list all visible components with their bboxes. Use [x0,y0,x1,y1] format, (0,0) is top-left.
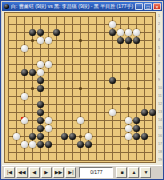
row-coordinate-label: 16 [158,134,162,138]
black-stone [29,29,36,36]
black-stone [61,133,68,140]
row-coordinate-label: 4 [158,38,160,42]
white-stone [37,61,44,68]
board-background: 12345678910111213141516171819 [2,11,162,165]
black-stone [109,77,116,84]
row-coordinate-label: 6 [158,54,160,58]
black-stone [29,133,36,140]
row-coordinate-label: 1 [158,14,160,18]
black-stone [37,29,44,36]
row-coordinate-label: 9 [158,78,160,82]
down-button[interactable]: ▼ [140,167,151,178]
white-stone [45,61,52,68]
black-stone [133,133,140,140]
black-stone [21,69,28,76]
up-button[interactable]: ▲ [128,167,139,178]
black-stone [37,141,44,148]
white-stone [133,29,140,36]
white-stone [45,125,52,132]
black-stone [37,109,44,116]
star-point [79,135,82,138]
white-stone [77,117,84,124]
white-stone [125,125,132,132]
black-stone [133,125,140,132]
black-stone [85,141,92,148]
star-point [79,39,82,42]
white-stone [117,29,124,36]
black-stone [29,69,36,76]
row-coordinate-label: 8 [158,70,160,74]
star-point [79,87,82,90]
black-stone [125,37,132,44]
star-point [31,39,34,42]
go-board-grid[interactable] [8,16,153,161]
go-stone-icon [4,4,9,9]
white-stone [21,93,28,100]
right-coordinates: 12345678910111213141516171819 [158,12,164,163]
white-stone [85,133,92,140]
row-coordinate-label: 19 [158,158,162,162]
aux-button-group: ■▲▼ [116,167,151,178]
white-stone [109,109,116,116]
app-window: 白: 曹薰铉 (9段) vs 黑: 李昌镐 (9段) - 黑 半目胜 (177手… [0,0,164,180]
black-stone [109,29,116,36]
close-button[interactable]: × [153,3,161,10]
black-stone [149,109,156,116]
white-stone [45,37,52,44]
white-stone [37,37,44,44]
row-coordinate-label: 11 [158,94,162,98]
black-stone [37,101,44,108]
white-stone [21,45,28,52]
fast-forward-button[interactable]: ▶▶ [53,167,65,178]
stop-button[interactable]: ■ [116,167,127,178]
black-stone [37,77,44,84]
white-stone [37,69,44,76]
black-stone [45,141,52,148]
black-stone [141,109,148,116]
black-stone [77,141,84,148]
row-coordinate-label: 12 [158,102,162,106]
row-coordinate-label: 7 [158,62,160,66]
forward-button[interactable]: ▶ [41,167,52,178]
black-stone [37,117,44,124]
fast-back-button[interactable]: ◀◀ [16,167,28,178]
white-stone [109,21,116,28]
black-stone [69,133,76,140]
row-coordinate-label: 17 [158,142,162,146]
move-counter: 0/177 [79,167,113,178]
black-stone [37,125,44,132]
row-coordinate-label: 14 [158,118,162,122]
black-stone [37,85,44,92]
black-stone [133,117,140,124]
last-move-marker [21,117,24,120]
navigation-toolbar: |◀◀◀◀▶▶▶▶| 0/177 ■▲▼ [2,165,162,178]
white-stone [125,133,132,140]
black-stone [117,37,124,44]
star-point [31,87,34,90]
row-coordinate-label: 3 [158,30,160,34]
window-title: 白: 曹薰铉 (9段) vs 黑: 李昌镐 (9段) - 黑 半目胜 (177手… [11,2,134,11]
last-move-button[interactable]: ▶| [65,167,76,178]
black-stone [141,133,148,140]
white-stone [125,117,132,124]
back-button[interactable]: ◀ [29,167,40,178]
white-stone [29,141,36,148]
maximize-button[interactable]: □ [144,3,152,10]
row-coordinate-label: 13 [158,110,162,114]
title-bar[interactable]: 白: 曹薰铉 (9段) vs 黑: 李昌镐 (9段) - 黑 半目胜 (177手… [2,2,162,11]
row-coordinate-label: 10 [158,86,162,90]
go-board[interactable] [4,12,156,163]
row-coordinate-label: 15 [158,126,162,130]
first-move-button[interactable]: |◀ [4,167,15,178]
white-stone [125,29,132,36]
row-coordinate-label: 5 [158,46,160,50]
black-stone [53,29,60,36]
nav-button-group: |◀◀◀◀▶▶▶▶| [4,167,76,178]
row-coordinate-label: 2 [158,22,160,26]
star-point [127,87,130,90]
black-stone [37,133,44,140]
minimize-button[interactable]: _ [135,3,143,10]
white-stone [13,133,20,140]
black-stone [133,37,140,44]
white-stone [21,141,28,148]
row-coordinate-label: 18 [158,150,162,154]
white-stone [45,117,52,124]
